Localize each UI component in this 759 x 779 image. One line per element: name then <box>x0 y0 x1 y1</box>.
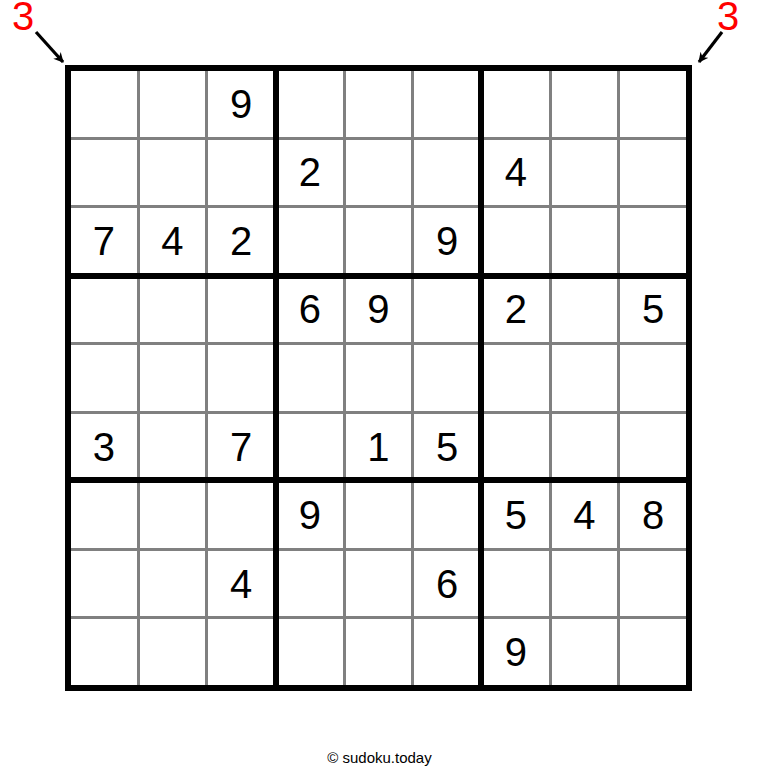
cell-r8c5[interactable] <box>346 551 412 617</box>
cell-r4c9[interactable]: 5 <box>620 277 686 343</box>
cell-r9c7[interactable]: 9 <box>483 619 549 685</box>
cell-r4c6[interactable] <box>414 277 480 343</box>
cell-r3c1[interactable]: 7 <box>71 208 137 274</box>
box-divider-horizontal-2 <box>71 477 686 483</box>
cell-r6c5[interactable]: 1 <box>346 414 412 480</box>
cell-r7c7[interactable]: 5 <box>483 482 549 548</box>
cell-r8c1[interactable] <box>71 551 137 617</box>
cell-r5c1[interactable] <box>71 345 137 411</box>
cell-r5c5[interactable] <box>346 345 412 411</box>
cell-r2c9[interactable] <box>620 140 686 206</box>
box-divider-horizontal-1 <box>71 273 686 279</box>
cell-r5c7[interactable] <box>483 345 549 411</box>
cell-r9c4[interactable] <box>277 619 343 685</box>
diagonal-clue-top-right: 3 <box>717 0 739 36</box>
cell-r8c7[interactable] <box>483 551 549 617</box>
cell-r1c1[interactable] <box>71 71 137 137</box>
box-divider-vertical-2 <box>478 71 484 685</box>
cell-r9c5[interactable] <box>346 619 412 685</box>
cell-r7c8[interactable]: 4 <box>552 482 618 548</box>
cell-r2c8[interactable] <box>552 140 618 206</box>
cell-r8c4[interactable] <box>277 551 343 617</box>
cell-r9c1[interactable] <box>71 619 137 685</box>
cell-r6c1[interactable]: 3 <box>71 414 137 480</box>
cell-r6c8[interactable] <box>552 414 618 480</box>
cell-r3c4[interactable] <box>277 208 343 274</box>
cell-r2c4[interactable]: 2 <box>277 140 343 206</box>
cell-r4c4[interactable]: 6 <box>277 277 343 343</box>
sudoku-board: 9247429692537159548469 <box>65 65 692 691</box>
cell-r3c7[interactable] <box>483 208 549 274</box>
cell-r2c5[interactable] <box>346 140 412 206</box>
cell-r3c5[interactable] <box>346 208 412 274</box>
cell-r5c8[interactable] <box>552 345 618 411</box>
diagonal-clue-top-left: 3 <box>12 0 34 36</box>
cell-r6c4[interactable] <box>277 414 343 480</box>
cell-r1c2[interactable] <box>140 71 206 137</box>
cell-r6c2[interactable] <box>140 414 206 480</box>
cell-r6c6[interactable]: 5 <box>414 414 480 480</box>
cell-r7c4[interactable]: 9 <box>277 482 343 548</box>
cell-r8c9[interactable] <box>620 551 686 617</box>
cell-r4c2[interactable] <box>140 277 206 343</box>
cell-r1c3[interactable]: 9 <box>208 71 274 137</box>
cell-r5c9[interactable] <box>620 345 686 411</box>
cell-r8c8[interactable] <box>552 551 618 617</box>
cell-r8c3[interactable]: 4 <box>208 551 274 617</box>
cell-r5c2[interactable] <box>140 345 206 411</box>
cell-r1c9[interactable] <box>620 71 686 137</box>
cell-r7c9[interactable]: 8 <box>620 482 686 548</box>
cell-r9c6[interactable] <box>414 619 480 685</box>
cell-r2c3[interactable] <box>208 140 274 206</box>
cell-r7c6[interactable] <box>414 482 480 548</box>
cell-r5c4[interactable] <box>277 345 343 411</box>
cell-r7c1[interactable] <box>71 482 137 548</box>
cell-r6c9[interactable] <box>620 414 686 480</box>
cell-r7c5[interactable] <box>346 482 412 548</box>
copyright-text: © sudoku.today <box>0 749 759 766</box>
cell-r4c7[interactable]: 2 <box>483 277 549 343</box>
cell-r1c4[interactable] <box>277 71 343 137</box>
cell-r6c7[interactable] <box>483 414 549 480</box>
cell-r3c9[interactable] <box>620 208 686 274</box>
cell-r5c3[interactable] <box>208 345 274 411</box>
cell-r2c6[interactable] <box>414 140 480 206</box>
sudoku-grid: 9247429692537159548469 <box>71 71 686 685</box>
cell-r5c6[interactable] <box>414 345 480 411</box>
page: { "game": "sudoku", "variant": "diagonal… <box>0 0 759 779</box>
cell-r1c7[interactable] <box>483 71 549 137</box>
cell-r2c2[interactable] <box>140 140 206 206</box>
cell-r3c6[interactable]: 9 <box>414 208 480 274</box>
cell-r4c3[interactable] <box>208 277 274 343</box>
cell-r4c5[interactable]: 9 <box>346 277 412 343</box>
cell-r8c6[interactable]: 6 <box>414 551 480 617</box>
cell-r9c8[interactable] <box>552 619 618 685</box>
cell-r6c3[interactable]: 7 <box>208 414 274 480</box>
diagonal-arrow-top-left <box>36 32 63 62</box>
cell-r2c1[interactable] <box>71 140 137 206</box>
cell-r1c5[interactable] <box>346 71 412 137</box>
cell-r3c8[interactable] <box>552 208 618 274</box>
cell-r1c6[interactable] <box>414 71 480 137</box>
cell-r7c2[interactable] <box>140 482 206 548</box>
cell-r8c2[interactable] <box>140 551 206 617</box>
cell-r7c3[interactable] <box>208 482 274 548</box>
box-divider-vertical-1 <box>273 71 279 685</box>
cell-r9c3[interactable] <box>208 619 274 685</box>
cell-r3c2[interactable]: 4 <box>140 208 206 274</box>
cell-r4c8[interactable] <box>552 277 618 343</box>
cell-r2c7[interactable]: 4 <box>483 140 549 206</box>
cell-r1c8[interactable] <box>552 71 618 137</box>
cell-r9c9[interactable] <box>620 619 686 685</box>
cell-r9c2[interactable] <box>140 619 206 685</box>
cell-r4c1[interactable] <box>71 277 137 343</box>
cell-r3c3[interactable]: 2 <box>208 208 274 274</box>
